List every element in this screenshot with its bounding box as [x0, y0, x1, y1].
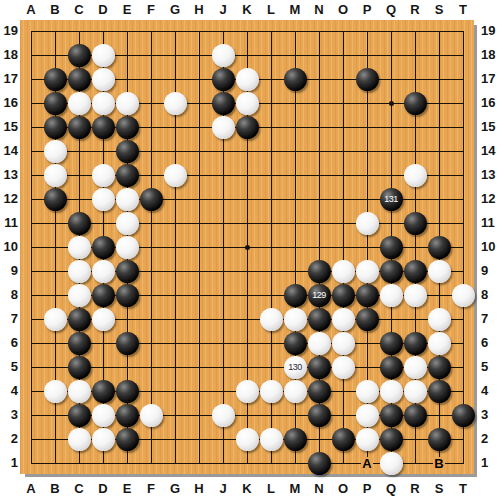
intersection-M1[interactable] — [283, 451, 307, 475]
intersection-H6[interactable] — [187, 331, 211, 355]
intersection-S1[interactable]: B — [427, 451, 451, 475]
intersection-M15[interactable] — [283, 115, 307, 139]
intersection-D4[interactable] — [91, 379, 115, 403]
intersection-A3[interactable] — [19, 403, 43, 427]
intersection-J8[interactable] — [211, 283, 235, 307]
intersection-T13[interactable] — [451, 163, 475, 187]
intersection-D5[interactable] — [91, 355, 115, 379]
intersection-O7[interactable] — [331, 307, 355, 331]
intersection-H7[interactable] — [187, 307, 211, 331]
intersection-O9[interactable] — [331, 259, 355, 283]
intersection-D10[interactable] — [91, 235, 115, 259]
intersection-E16[interactable] — [115, 91, 139, 115]
intersection-A8[interactable] — [19, 283, 43, 307]
intersection-C17[interactable] — [67, 67, 91, 91]
intersection-T17[interactable] — [451, 67, 475, 91]
intersection-J11[interactable] — [211, 211, 235, 235]
intersection-J14[interactable] — [211, 139, 235, 163]
intersection-J19[interactable] — [211, 19, 235, 43]
intersection-O4[interactable] — [331, 379, 355, 403]
intersection-M4[interactable] — [283, 379, 307, 403]
intersection-G11[interactable] — [163, 211, 187, 235]
intersection-L17[interactable] — [259, 67, 283, 91]
intersection-O11[interactable] — [331, 211, 355, 235]
intersection-F2[interactable] — [139, 427, 163, 451]
intersection-R11[interactable] — [403, 211, 427, 235]
intersection-S13[interactable] — [427, 163, 451, 187]
intersection-E9[interactable] — [115, 259, 139, 283]
intersection-B15[interactable] — [43, 115, 67, 139]
intersection-K19[interactable] — [235, 19, 259, 43]
intersection-N11[interactable] — [307, 211, 331, 235]
intersection-D7[interactable] — [91, 307, 115, 331]
intersection-K7[interactable] — [235, 307, 259, 331]
intersection-E4[interactable] — [115, 379, 139, 403]
intersection-Q9[interactable] — [379, 259, 403, 283]
intersection-C15[interactable] — [67, 115, 91, 139]
intersection-E14[interactable] — [115, 139, 139, 163]
intersection-P17[interactable] — [355, 67, 379, 91]
intersection-K12[interactable] — [235, 187, 259, 211]
intersection-M9[interactable] — [283, 259, 307, 283]
intersection-O1[interactable] — [331, 451, 355, 475]
intersection-E15[interactable] — [115, 115, 139, 139]
intersection-B14[interactable] — [43, 139, 67, 163]
intersection-K3[interactable] — [235, 403, 259, 427]
intersection-Q12[interactable]: 131 — [379, 187, 403, 211]
intersection-A5[interactable] — [19, 355, 43, 379]
intersection-L1[interactable] — [259, 451, 283, 475]
intersection-F17[interactable] — [139, 67, 163, 91]
intersection-H10[interactable] — [187, 235, 211, 259]
intersection-T3[interactable] — [451, 403, 475, 427]
intersection-D9[interactable] — [91, 259, 115, 283]
intersection-B9[interactable] — [43, 259, 67, 283]
intersection-O3[interactable] — [331, 403, 355, 427]
intersection-A11[interactable] — [19, 211, 43, 235]
intersection-G12[interactable] — [163, 187, 187, 211]
intersection-D11[interactable] — [91, 211, 115, 235]
intersection-L8[interactable] — [259, 283, 283, 307]
intersection-L3[interactable] — [259, 403, 283, 427]
intersection-L7[interactable] — [259, 307, 283, 331]
intersection-C19[interactable] — [67, 19, 91, 43]
intersection-N1[interactable] — [307, 451, 331, 475]
intersection-O10[interactable] — [331, 235, 355, 259]
intersection-C2[interactable] — [67, 427, 91, 451]
intersection-L2[interactable] — [259, 427, 283, 451]
intersection-M19[interactable] — [283, 19, 307, 43]
intersection-A10[interactable] — [19, 235, 43, 259]
intersection-P10[interactable] — [355, 235, 379, 259]
intersection-P4[interactable] — [355, 379, 379, 403]
intersection-J18[interactable] — [211, 43, 235, 67]
intersection-T2[interactable] — [451, 427, 475, 451]
intersection-T5[interactable] — [451, 355, 475, 379]
intersection-D17[interactable] — [91, 67, 115, 91]
intersection-D3[interactable] — [91, 403, 115, 427]
intersection-P7[interactable] — [355, 307, 379, 331]
intersection-K16[interactable] — [235, 91, 259, 115]
intersection-F7[interactable] — [139, 307, 163, 331]
intersection-S16[interactable] — [427, 91, 451, 115]
intersection-F1[interactable] — [139, 451, 163, 475]
intersection-R18[interactable] — [403, 43, 427, 67]
intersection-F3[interactable] — [139, 403, 163, 427]
intersection-Q17[interactable] — [379, 67, 403, 91]
intersection-F8[interactable] — [139, 283, 163, 307]
intersection-D2[interactable] — [91, 427, 115, 451]
intersection-M17[interactable] — [283, 67, 307, 91]
intersection-L13[interactable] — [259, 163, 283, 187]
intersection-O8[interactable] — [331, 283, 355, 307]
intersection-D8[interactable] — [91, 283, 115, 307]
intersection-P6[interactable] — [355, 331, 379, 355]
intersection-J5[interactable] — [211, 355, 235, 379]
intersection-G8[interactable] — [163, 283, 187, 307]
intersection-R10[interactable] — [403, 235, 427, 259]
intersection-S14[interactable] — [427, 139, 451, 163]
intersection-L19[interactable] — [259, 19, 283, 43]
intersection-H4[interactable] — [187, 379, 211, 403]
intersection-B6[interactable] — [43, 331, 67, 355]
intersection-E5[interactable] — [115, 355, 139, 379]
intersection-T6[interactable] — [451, 331, 475, 355]
intersection-D18[interactable] — [91, 43, 115, 67]
intersection-Q19[interactable] — [379, 19, 403, 43]
intersection-A17[interactable] — [19, 67, 43, 91]
intersection-B3[interactable] — [43, 403, 67, 427]
intersection-N14[interactable] — [307, 139, 331, 163]
intersection-T12[interactable] — [451, 187, 475, 211]
intersection-T4[interactable] — [451, 379, 475, 403]
intersection-G13[interactable] — [163, 163, 187, 187]
intersection-C3[interactable] — [67, 403, 91, 427]
intersection-P2[interactable] — [355, 427, 379, 451]
intersection-D14[interactable] — [91, 139, 115, 163]
intersection-J15[interactable] — [211, 115, 235, 139]
intersection-H3[interactable] — [187, 403, 211, 427]
intersection-K9[interactable] — [235, 259, 259, 283]
intersection-G14[interactable] — [163, 139, 187, 163]
intersection-Q11[interactable] — [379, 211, 403, 235]
intersection-Q15[interactable] — [379, 115, 403, 139]
intersection-H13[interactable] — [187, 163, 211, 187]
intersection-B16[interactable] — [43, 91, 67, 115]
intersection-R6[interactable] — [403, 331, 427, 355]
intersection-G1[interactable] — [163, 451, 187, 475]
intersection-Q1[interactable] — [379, 451, 403, 475]
intersection-O14[interactable] — [331, 139, 355, 163]
intersection-R16[interactable] — [403, 91, 427, 115]
intersection-S7[interactable] — [427, 307, 451, 331]
intersection-N5[interactable] — [307, 355, 331, 379]
intersection-Q16[interactable] — [379, 91, 403, 115]
intersection-D16[interactable] — [91, 91, 115, 115]
intersection-T10[interactable] — [451, 235, 475, 259]
intersection-L5[interactable] — [259, 355, 283, 379]
intersection-A1[interactable] — [19, 451, 43, 475]
intersection-F11[interactable] — [139, 211, 163, 235]
intersection-F18[interactable] — [139, 43, 163, 67]
intersection-N16[interactable] — [307, 91, 331, 115]
intersection-C8[interactable] — [67, 283, 91, 307]
intersection-F15[interactable] — [139, 115, 163, 139]
intersection-G5[interactable] — [163, 355, 187, 379]
intersection-G7[interactable] — [163, 307, 187, 331]
intersection-S17[interactable] — [427, 67, 451, 91]
intersection-C10[interactable] — [67, 235, 91, 259]
intersection-K18[interactable] — [235, 43, 259, 67]
intersection-B1[interactable] — [43, 451, 67, 475]
intersection-A18[interactable] — [19, 43, 43, 67]
intersection-M3[interactable] — [283, 403, 307, 427]
intersection-A14[interactable] — [19, 139, 43, 163]
intersection-N2[interactable] — [307, 427, 331, 451]
intersection-C7[interactable] — [67, 307, 91, 331]
intersection-E8[interactable] — [115, 283, 139, 307]
intersection-P19[interactable] — [355, 19, 379, 43]
intersection-T1[interactable] — [451, 451, 475, 475]
intersection-O16[interactable] — [331, 91, 355, 115]
intersection-E3[interactable] — [115, 403, 139, 427]
intersection-C12[interactable] — [67, 187, 91, 211]
intersection-M12[interactable] — [283, 187, 307, 211]
intersection-C9[interactable] — [67, 259, 91, 283]
intersection-N3[interactable] — [307, 403, 331, 427]
intersection-S9[interactable] — [427, 259, 451, 283]
intersection-A7[interactable] — [19, 307, 43, 331]
intersection-C13[interactable] — [67, 163, 91, 187]
intersection-F6[interactable] — [139, 331, 163, 355]
intersection-F10[interactable] — [139, 235, 163, 259]
intersection-Q2[interactable] — [379, 427, 403, 451]
intersection-H17[interactable] — [187, 67, 211, 91]
intersection-M2[interactable] — [283, 427, 307, 451]
intersection-S19[interactable] — [427, 19, 451, 43]
intersection-N15[interactable] — [307, 115, 331, 139]
intersection-J1[interactable] — [211, 451, 235, 475]
intersection-E6[interactable] — [115, 331, 139, 355]
intersection-M14[interactable] — [283, 139, 307, 163]
intersection-Q5[interactable] — [379, 355, 403, 379]
intersection-M6[interactable] — [283, 331, 307, 355]
intersection-N17[interactable] — [307, 67, 331, 91]
intersection-R3[interactable] — [403, 403, 427, 427]
intersection-G2[interactable] — [163, 427, 187, 451]
intersection-E1[interactable] — [115, 451, 139, 475]
intersection-D12[interactable] — [91, 187, 115, 211]
intersection-J3[interactable] — [211, 403, 235, 427]
intersection-H19[interactable] — [187, 19, 211, 43]
intersection-B5[interactable] — [43, 355, 67, 379]
intersection-C6[interactable] — [67, 331, 91, 355]
intersection-H5[interactable] — [187, 355, 211, 379]
intersection-J6[interactable] — [211, 331, 235, 355]
intersection-M5[interactable]: 130 — [283, 355, 307, 379]
intersection-R17[interactable] — [403, 67, 427, 91]
intersection-S3[interactable] — [427, 403, 451, 427]
intersection-N6[interactable] — [307, 331, 331, 355]
intersection-S10[interactable] — [427, 235, 451, 259]
intersection-S18[interactable] — [427, 43, 451, 67]
intersection-R5[interactable] — [403, 355, 427, 379]
intersection-T15[interactable] — [451, 115, 475, 139]
intersection-N13[interactable] — [307, 163, 331, 187]
intersection-T14[interactable] — [451, 139, 475, 163]
intersection-P11[interactable] — [355, 211, 379, 235]
intersection-A6[interactable] — [19, 331, 43, 355]
intersection-Q14[interactable] — [379, 139, 403, 163]
intersection-H12[interactable] — [187, 187, 211, 211]
intersection-L11[interactable] — [259, 211, 283, 235]
intersection-B2[interactable] — [43, 427, 67, 451]
intersection-M18[interactable] — [283, 43, 307, 67]
intersection-F14[interactable] — [139, 139, 163, 163]
intersection-S2[interactable] — [427, 427, 451, 451]
intersection-P14[interactable] — [355, 139, 379, 163]
intersection-E7[interactable] — [115, 307, 139, 331]
intersection-N4[interactable] — [307, 379, 331, 403]
intersection-R4[interactable] — [403, 379, 427, 403]
intersection-P18[interactable] — [355, 43, 379, 67]
intersection-R8[interactable] — [403, 283, 427, 307]
intersection-L18[interactable] — [259, 43, 283, 67]
intersection-L9[interactable] — [259, 259, 283, 283]
intersection-J4[interactable] — [211, 379, 235, 403]
intersection-E12[interactable] — [115, 187, 139, 211]
intersection-G15[interactable] — [163, 115, 187, 139]
intersection-R14[interactable] — [403, 139, 427, 163]
intersection-R12[interactable] — [403, 187, 427, 211]
intersection-A16[interactable] — [19, 91, 43, 115]
intersection-N10[interactable] — [307, 235, 331, 259]
intersection-P13[interactable] — [355, 163, 379, 187]
intersection-Q10[interactable] — [379, 235, 403, 259]
intersection-B19[interactable] — [43, 19, 67, 43]
intersection-K4[interactable] — [235, 379, 259, 403]
intersection-G3[interactable] — [163, 403, 187, 427]
intersection-K2[interactable] — [235, 427, 259, 451]
intersection-B11[interactable] — [43, 211, 67, 235]
intersection-T18[interactable] — [451, 43, 475, 67]
intersection-H8[interactable] — [187, 283, 211, 307]
intersection-K5[interactable] — [235, 355, 259, 379]
intersection-R7[interactable] — [403, 307, 427, 331]
intersection-C5[interactable] — [67, 355, 91, 379]
intersection-J16[interactable] — [211, 91, 235, 115]
intersection-F4[interactable] — [139, 379, 163, 403]
intersection-O5[interactable] — [331, 355, 355, 379]
intersection-N8[interactable]: 129 — [307, 283, 331, 307]
intersection-G18[interactable] — [163, 43, 187, 67]
intersection-T9[interactable] — [451, 259, 475, 283]
intersection-K17[interactable] — [235, 67, 259, 91]
intersection-J7[interactable] — [211, 307, 235, 331]
intersection-C1[interactable] — [67, 451, 91, 475]
intersection-O13[interactable] — [331, 163, 355, 187]
intersection-P8[interactable] — [355, 283, 379, 307]
intersection-J2[interactable] — [211, 427, 235, 451]
intersection-G10[interactable] — [163, 235, 187, 259]
intersection-K14[interactable] — [235, 139, 259, 163]
intersection-M11[interactable] — [283, 211, 307, 235]
intersection-N9[interactable] — [307, 259, 331, 283]
intersection-O17[interactable] — [331, 67, 355, 91]
intersection-M7[interactable] — [283, 307, 307, 331]
intersection-E19[interactable] — [115, 19, 139, 43]
intersection-B7[interactable] — [43, 307, 67, 331]
intersection-H2[interactable] — [187, 427, 211, 451]
intersection-O6[interactable] — [331, 331, 355, 355]
intersection-F12[interactable] — [139, 187, 163, 211]
intersection-P12[interactable] — [355, 187, 379, 211]
intersection-T7[interactable] — [451, 307, 475, 331]
intersection-K10[interactable] — [235, 235, 259, 259]
intersection-F13[interactable] — [139, 163, 163, 187]
intersection-K15[interactable] — [235, 115, 259, 139]
intersection-L15[interactable] — [259, 115, 283, 139]
intersection-D13[interactable] — [91, 163, 115, 187]
intersection-H14[interactable] — [187, 139, 211, 163]
intersection-C18[interactable] — [67, 43, 91, 67]
intersection-M8[interactable] — [283, 283, 307, 307]
intersection-Q8[interactable] — [379, 283, 403, 307]
intersection-L16[interactable] — [259, 91, 283, 115]
intersection-J17[interactable] — [211, 67, 235, 91]
intersection-E2[interactable] — [115, 427, 139, 451]
intersection-H18[interactable] — [187, 43, 211, 67]
intersection-F9[interactable] — [139, 259, 163, 283]
intersection-M16[interactable] — [283, 91, 307, 115]
intersection-L12[interactable] — [259, 187, 283, 211]
intersection-E11[interactable] — [115, 211, 139, 235]
intersection-D15[interactable] — [91, 115, 115, 139]
intersection-A19[interactable] — [19, 19, 43, 43]
intersection-D19[interactable] — [91, 19, 115, 43]
intersection-H9[interactable] — [187, 259, 211, 283]
intersection-C11[interactable] — [67, 211, 91, 235]
intersection-B4[interactable] — [43, 379, 67, 403]
intersection-B17[interactable] — [43, 67, 67, 91]
intersection-N18[interactable] — [307, 43, 331, 67]
intersection-S15[interactable] — [427, 115, 451, 139]
intersection-J10[interactable] — [211, 235, 235, 259]
intersection-S12[interactable] — [427, 187, 451, 211]
intersection-L10[interactable] — [259, 235, 283, 259]
intersection-M13[interactable] — [283, 163, 307, 187]
intersection-S11[interactable] — [427, 211, 451, 235]
intersection-L4[interactable] — [259, 379, 283, 403]
intersection-C16[interactable] — [67, 91, 91, 115]
intersection-A9[interactable] — [19, 259, 43, 283]
intersection-E17[interactable] — [115, 67, 139, 91]
intersection-K6[interactable] — [235, 331, 259, 355]
intersection-H1[interactable] — [187, 451, 211, 475]
intersection-T19[interactable] — [451, 19, 475, 43]
intersection-N19[interactable] — [307, 19, 331, 43]
intersection-D6[interactable] — [91, 331, 115, 355]
intersection-G16[interactable] — [163, 91, 187, 115]
intersection-R9[interactable] — [403, 259, 427, 283]
intersection-R13[interactable] — [403, 163, 427, 187]
intersection-T16[interactable] — [451, 91, 475, 115]
intersection-P5[interactable] — [355, 355, 379, 379]
intersection-A2[interactable] — [19, 427, 43, 451]
intersection-R19[interactable] — [403, 19, 427, 43]
intersection-O2[interactable] — [331, 427, 355, 451]
intersection-P9[interactable] — [355, 259, 379, 283]
